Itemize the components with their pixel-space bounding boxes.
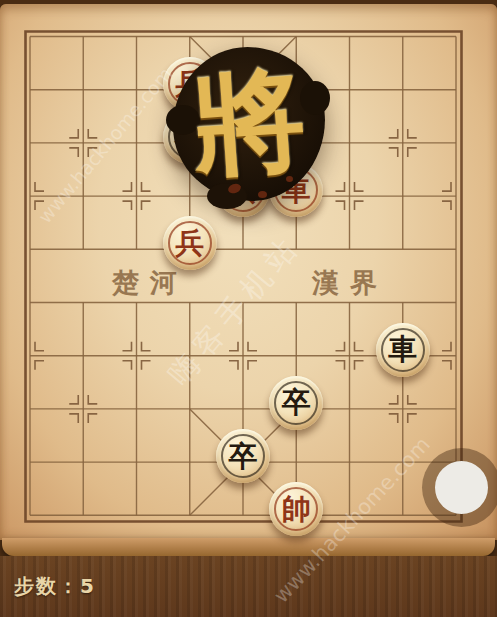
- piece-character: 帥: [282, 495, 311, 524]
- piece-character: 卒: [282, 388, 311, 417]
- bottom-status-bar: 步数：5: [0, 556, 497, 617]
- piece-black-soldier[interactable]: 卒: [269, 376, 323, 430]
- move-counter-value: 5: [80, 574, 96, 598]
- piece-character: 兵: [175, 229, 204, 258]
- xiangqi-app-screen: 楚河 漢界 兵将兵車兵車卒卒帥 將 www.hackhome.com 嗨客手机站…: [0, 0, 497, 617]
- move-counter: 步数：5: [14, 573, 96, 600]
- river-label-left: 楚河: [112, 265, 188, 301]
- stamp-ink-splatter: [286, 176, 293, 182]
- piece-black-soldier[interactable]: 卒: [216, 429, 270, 483]
- board-bevel-edge: [2, 538, 495, 556]
- piece-red-soldier[interactable]: 兵: [163, 216, 217, 270]
- stamp-ink-splatter: [258, 191, 267, 198]
- move-counter-label: 步数：: [14, 574, 80, 598]
- check-stamp-character: 將: [168, 42, 330, 206]
- piece-character: 車: [388, 335, 417, 364]
- piece-character: 卒: [229, 442, 258, 471]
- check-stamp: 將: [173, 47, 325, 201]
- piece-black-chariot[interactable]: 車: [376, 323, 430, 377]
- river-label-right: 漢界: [312, 265, 388, 301]
- floating-touch-button[interactable]: [435, 461, 488, 514]
